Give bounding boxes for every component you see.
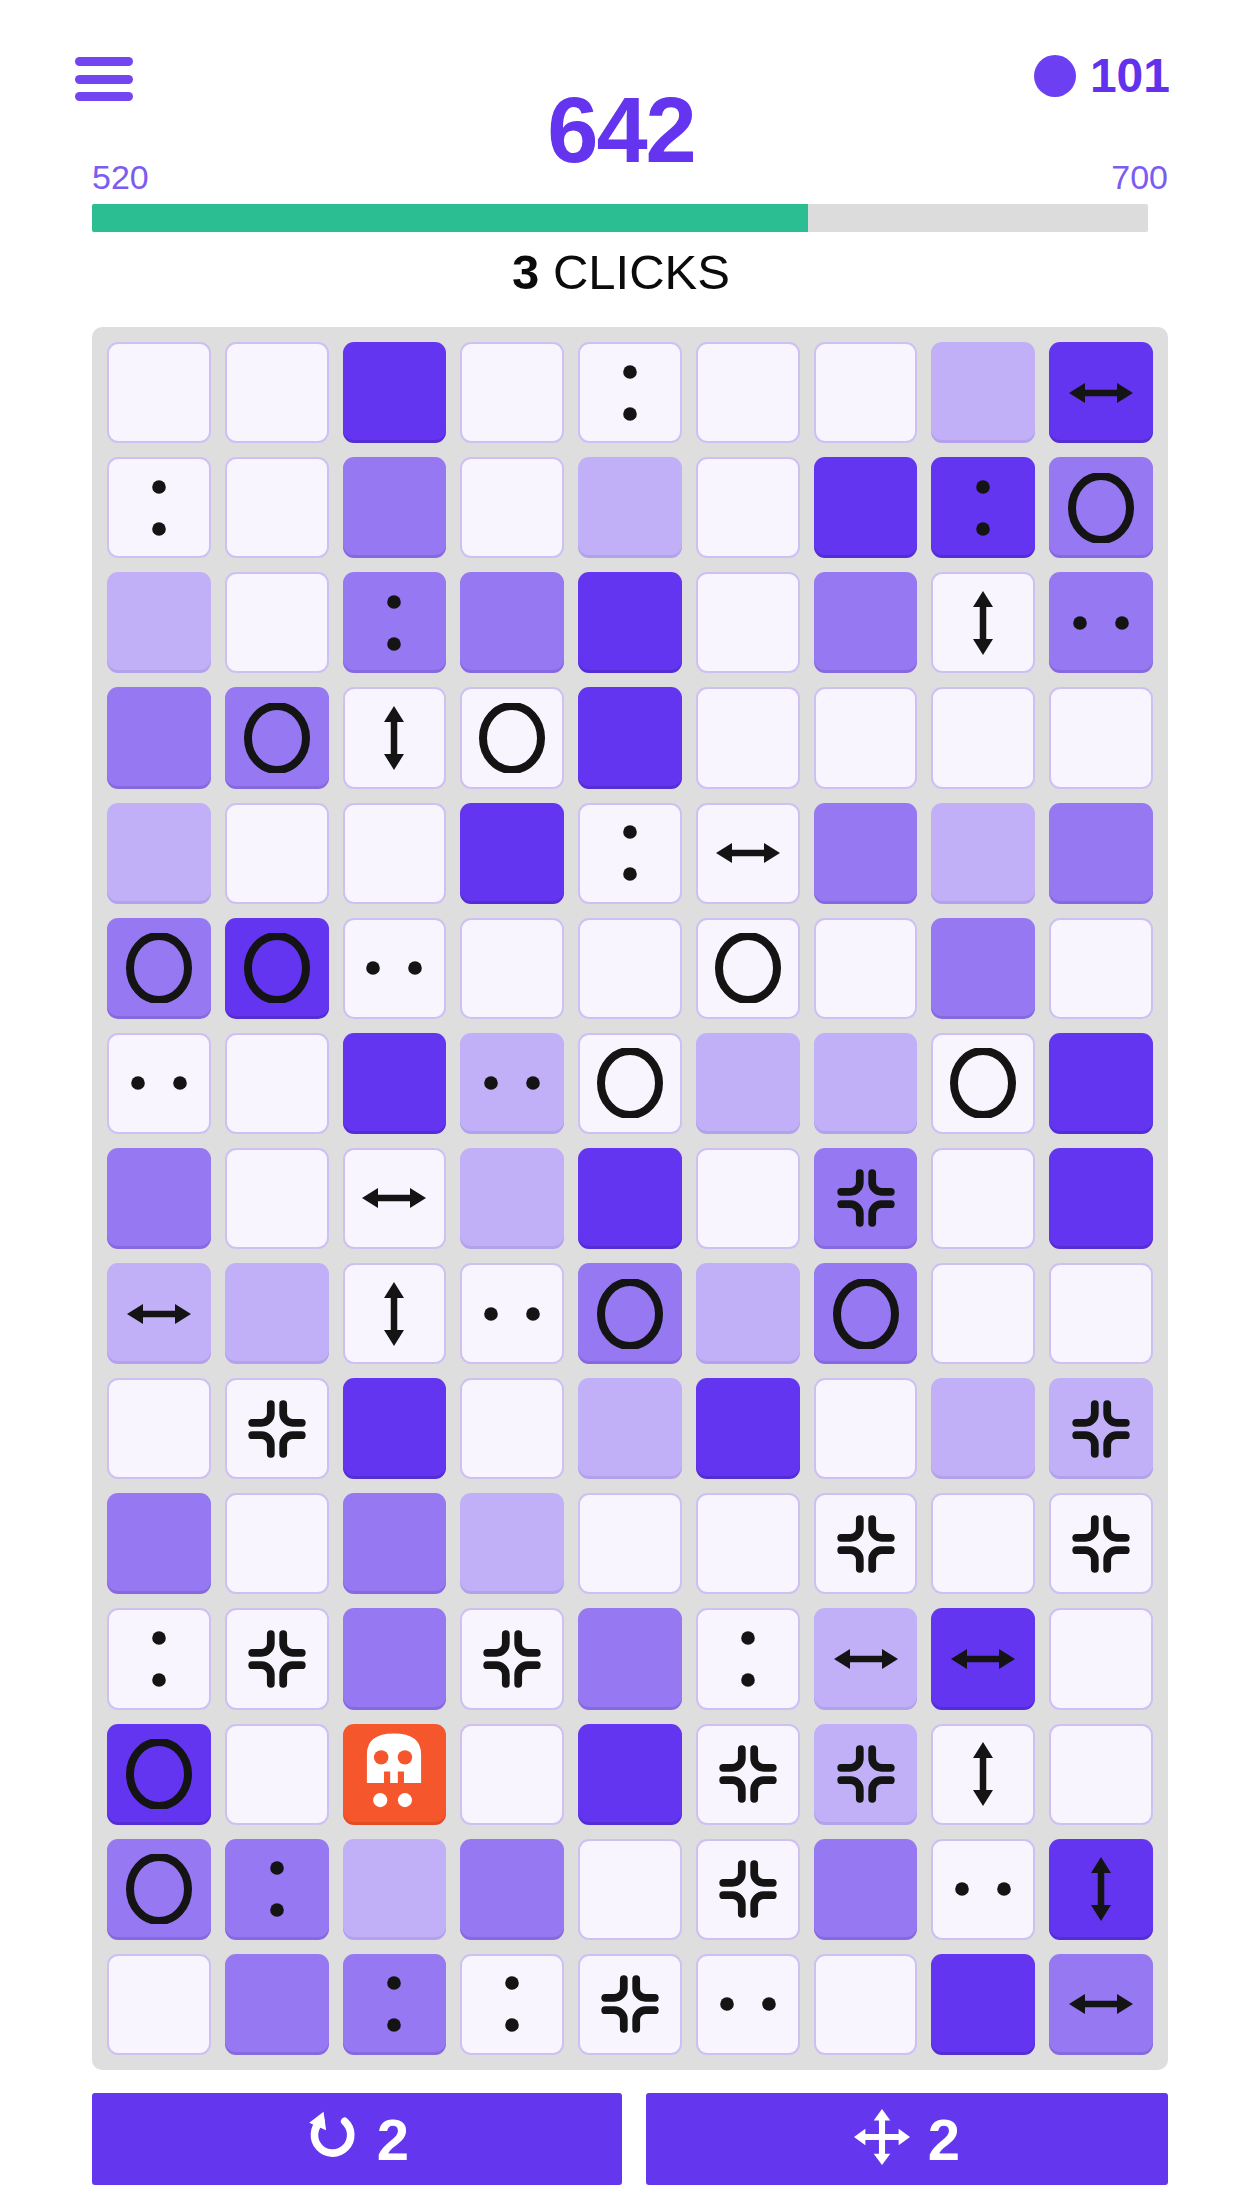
move-button[interactable]: 2: [646, 2093, 1168, 2185]
cell-r5c1[interactable]: [107, 803, 211, 904]
cell-r14c1[interactable]: [107, 1839, 211, 1940]
circle-outline-icon: [124, 1739, 194, 1809]
cell-r13c7[interactable]: [814, 1724, 918, 1825]
undo-rotate-ccw-icon: [305, 2110, 359, 2168]
cell-r5c9[interactable]: [1049, 803, 1153, 904]
cell-r3c7[interactable]: [814, 572, 918, 673]
cell-r12c3[interactable]: [343, 1608, 447, 1709]
corners-inward-icon: [835, 1743, 897, 1805]
two-dots-horizontal-icon: [950, 1856, 1016, 1922]
cell-r2c1[interactable]: [107, 457, 211, 558]
cell-r5c4[interactable]: [460, 803, 564, 904]
cell-r13c2[interactable]: [225, 1724, 329, 1825]
cell-r1c4[interactable]: [460, 342, 564, 443]
cell-r15c9[interactable]: [1049, 1954, 1153, 2055]
cell-r14c2[interactable]: [225, 1839, 329, 1940]
cell-r13c5[interactable]: [578, 1724, 682, 1825]
cell-r9c1[interactable]: [107, 1263, 211, 1364]
cell-r1c6[interactable]: [696, 342, 800, 443]
cell-r1c9[interactable]: [1049, 342, 1153, 443]
cell-r13c3[interactable]: [343, 1724, 447, 1825]
cell-r3c6[interactable]: [696, 572, 800, 673]
two-dots-horizontal-icon: [361, 935, 427, 1001]
cell-r14c9[interactable]: [1049, 1839, 1153, 1940]
counter-value: 101: [1090, 48, 1170, 103]
cell-r15c1[interactable]: [107, 1954, 211, 2055]
arrow-vertical-icon: [949, 1740, 1017, 1808]
cell-r1c3[interactable]: [343, 342, 447, 443]
undo-button[interactable]: 2: [92, 2093, 622, 2185]
arrow-vertical-icon: [360, 704, 428, 772]
cell-r5c6[interactable]: [696, 803, 800, 904]
cell-r1c2[interactable]: [225, 342, 329, 443]
cell-r4c8[interactable]: [931, 687, 1035, 788]
filled-dot-icon: [1034, 55, 1076, 97]
arrow-vertical-icon: [949, 589, 1017, 657]
cell-r14c7[interactable]: [814, 1839, 918, 1940]
cell-r7c4[interactable]: [460, 1033, 564, 1134]
cell-r11c1[interactable]: [107, 1493, 211, 1594]
cell-r15c4[interactable]: [460, 1954, 564, 2055]
cell-r11c4[interactable]: [460, 1493, 564, 1594]
cell-r8c2[interactable]: [225, 1148, 329, 1249]
two-dots-vertical-icon: [715, 1626, 781, 1692]
two-dots-vertical-icon: [479, 1971, 545, 2037]
arrow-horizontal-icon: [832, 1625, 900, 1693]
cell-r8c5[interactable]: [578, 1148, 682, 1249]
score-progress-bar: [92, 204, 1148, 232]
cell-r6c5[interactable]: [578, 918, 682, 1019]
cell-r3c8[interactable]: [931, 572, 1035, 673]
cell-r3c2[interactable]: [225, 572, 329, 673]
two-dots-vertical-icon: [361, 590, 427, 656]
cell-r6c2[interactable]: [225, 918, 329, 1019]
circle-outline-icon: [124, 933, 194, 1003]
clicks-count: 3: [512, 245, 539, 299]
corners-inward-icon: [246, 1628, 308, 1690]
cell-r2c9[interactable]: [1049, 457, 1153, 558]
cell-r6c9[interactable]: [1049, 918, 1153, 1019]
circle-outline-icon: [124, 1854, 194, 1924]
arrow-horizontal-icon: [714, 819, 782, 887]
cell-r7c2[interactable]: [225, 1033, 329, 1134]
two-dots-vertical-icon: [597, 360, 663, 426]
corners-inward-icon: [717, 1858, 779, 1920]
cell-r2c7[interactable]: [814, 457, 918, 558]
two-dots-vertical-icon: [597, 820, 663, 886]
cell-r13c4[interactable]: [460, 1724, 564, 1825]
cell-r15c6[interactable]: [696, 1954, 800, 2055]
cell-r1c5[interactable]: [578, 342, 682, 443]
cell-r10c2[interactable]: [225, 1378, 329, 1479]
cell-r12c4[interactable]: [460, 1608, 564, 1709]
cell-r7c3[interactable]: [343, 1033, 447, 1134]
cell-r3c3[interactable]: [343, 572, 447, 673]
game-screen: { "game": "mobile tile-tap color puzzle …: [0, 0, 1242, 2208]
two-dots-horizontal-icon: [1068, 590, 1134, 656]
corners-inward-icon: [717, 1743, 779, 1805]
cell-r5c2[interactable]: [225, 803, 329, 904]
circle-outline-icon: [831, 1279, 901, 1349]
cell-r13c6[interactable]: [696, 1724, 800, 1825]
cell-r12c1[interactable]: [107, 1608, 211, 1709]
corners-inward-icon: [599, 1973, 661, 2035]
cell-r14c5[interactable]: [578, 1839, 682, 1940]
cell-r1c7[interactable]: [814, 342, 918, 443]
cell-r10c7[interactable]: [814, 1378, 918, 1479]
cell-r15c5[interactable]: [578, 1954, 682, 2055]
cell-r3c1[interactable]: [107, 572, 211, 673]
cell-r4c6[interactable]: [696, 687, 800, 788]
cell-r10c1[interactable]: [107, 1378, 211, 1479]
arrow-horizontal-icon: [125, 1280, 193, 1348]
two-dots-vertical-icon: [126, 475, 192, 541]
two-dots-horizontal-icon: [479, 1050, 545, 1116]
corners-inward-icon: [1070, 1398, 1132, 1460]
circle-outline-icon: [242, 703, 312, 773]
cell-r15c8[interactable]: [931, 1954, 1035, 2055]
cell-r7c6[interactable]: [696, 1033, 800, 1134]
clicks-status: 3 CLICKS: [0, 244, 1242, 300]
cell-r10c8[interactable]: [931, 1378, 1035, 1479]
cell-r12c7[interactable]: [814, 1608, 918, 1709]
undo-count: 2: [377, 2106, 409, 2173]
cell-r5c7[interactable]: [814, 803, 918, 904]
cell-r12c2[interactable]: [225, 1608, 329, 1709]
two-dots-vertical-icon: [950, 475, 1016, 541]
cell-r11c3[interactable]: [343, 1493, 447, 1594]
cell-r9c9[interactable]: [1049, 1263, 1153, 1364]
circle-outline-icon: [713, 933, 783, 1003]
cell-r13c8[interactable]: [931, 1724, 1035, 1825]
circle-outline-icon: [948, 1048, 1018, 1118]
two-dots-horizontal-icon: [715, 1971, 781, 2037]
cell-r11c8[interactable]: [931, 1493, 1035, 1594]
cell-r3c9[interactable]: [1049, 572, 1153, 673]
two-dots-vertical-icon: [244, 1856, 310, 1922]
cell-r7c8[interactable]: [931, 1033, 1035, 1134]
arrow-vertical-icon: [360, 1280, 428, 1348]
cell-r7c7[interactable]: [814, 1033, 918, 1134]
arrow-horizontal-icon: [360, 1164, 428, 1232]
cell-r11c9[interactable]: [1049, 1493, 1153, 1594]
corners-inward-icon: [835, 1513, 897, 1575]
cell-r4c9[interactable]: [1049, 687, 1153, 788]
cell-r11c2[interactable]: [225, 1493, 329, 1594]
cell-r12c9[interactable]: [1049, 1608, 1153, 1709]
cell-r6c6[interactable]: [696, 918, 800, 1019]
cell-r2c3[interactable]: [343, 457, 447, 558]
two-dots-horizontal-icon: [479, 1281, 545, 1347]
circle-outline-icon: [1066, 473, 1136, 543]
two-dots-horizontal-icon: [126, 1050, 192, 1116]
cell-r8c1[interactable]: [107, 1148, 211, 1249]
cell-r2c4[interactable]: [460, 457, 564, 558]
cell-r11c5[interactable]: [578, 1493, 682, 1594]
cell-r10c5[interactable]: [578, 1378, 682, 1479]
arrow-vertical-icon: [1067, 1855, 1135, 1923]
cell-r13c9[interactable]: [1049, 1724, 1153, 1825]
cell-r5c3[interactable]: [343, 803, 447, 904]
cell-r11c7[interactable]: [814, 1493, 918, 1594]
cell-r9c2[interactable]: [225, 1263, 329, 1364]
cell-r9c5[interactable]: [578, 1263, 682, 1364]
cell-r9c6[interactable]: [696, 1263, 800, 1364]
cell-r2c6[interactable]: [696, 457, 800, 558]
cell-r7c9[interactable]: [1049, 1033, 1153, 1134]
clicks-label: CLICKS: [553, 245, 730, 299]
move-four-arrows-icon: [854, 2109, 910, 2169]
cell-r14c8[interactable]: [931, 1839, 1035, 1940]
cell-r12c8[interactable]: [931, 1608, 1035, 1709]
circle-outline-icon: [477, 703, 547, 773]
cell-r9c4[interactable]: [460, 1263, 564, 1364]
cell-r14c4[interactable]: [460, 1839, 564, 1940]
cell-r12c5[interactable]: [578, 1608, 682, 1709]
cell-r6c8[interactable]: [931, 918, 1035, 1019]
cell-r5c8[interactable]: [931, 803, 1035, 904]
cell-r13c1[interactable]: [107, 1724, 211, 1825]
cell-r1c8[interactable]: [931, 342, 1035, 443]
cell-r3c5[interactable]: [578, 572, 682, 673]
cell-r4c2[interactable]: [225, 687, 329, 788]
arrow-horizontal-icon: [949, 1625, 1017, 1693]
cell-r9c8[interactable]: [931, 1263, 1035, 1364]
cell-r2c5[interactable]: [578, 457, 682, 558]
cell-r8c3[interactable]: [343, 1148, 447, 1249]
tile-grid: [107, 342, 1153, 2055]
circle-outline-icon: [595, 1279, 665, 1349]
arrow-horizontal-icon: [1067, 1970, 1135, 2038]
cell-r7c1[interactable]: [107, 1033, 211, 1134]
corners-inward-icon: [1070, 1513, 1132, 1575]
cell-r10c6[interactable]: [696, 1378, 800, 1479]
cell-r4c3[interactable]: [343, 687, 447, 788]
circle-outline-icon: [595, 1048, 665, 1118]
cell-r2c8[interactable]: [931, 457, 1035, 558]
cell-r2c2[interactable]: [225, 457, 329, 558]
cell-r1c1[interactable]: [107, 342, 211, 443]
cell-r4c7[interactable]: [814, 687, 918, 788]
target-max-label: 700: [1111, 158, 1168, 197]
arrow-horizontal-icon: [1067, 359, 1135, 427]
score-progress-fill: [92, 204, 808, 232]
cell-r15c2[interactable]: [225, 1954, 329, 2055]
puzzle-board: [92, 327, 1168, 2070]
cell-r8c9[interactable]: [1049, 1148, 1153, 1249]
cell-r9c3[interactable]: [343, 1263, 447, 1364]
cell-r15c7[interactable]: [814, 1954, 918, 2055]
two-dots-vertical-icon: [126, 1626, 192, 1692]
cell-r8c4[interactable]: [460, 1148, 564, 1249]
cell-r14c3[interactable]: [343, 1839, 447, 1940]
cell-r10c3[interactable]: [343, 1378, 447, 1479]
cell-r7c5[interactable]: [578, 1033, 682, 1134]
skull-icon: [344, 1726, 444, 1822]
cell-r3c4[interactable]: [460, 572, 564, 673]
cell-r8c7[interactable]: [814, 1148, 918, 1249]
cell-r10c4[interactable]: [460, 1378, 564, 1479]
cell-r6c4[interactable]: [460, 918, 564, 1019]
two-dots-vertical-icon: [361, 1971, 427, 2037]
target-min-label: 520: [92, 158, 149, 197]
cell-r5c5[interactable]: [578, 803, 682, 904]
cell-r4c5[interactable]: [578, 687, 682, 788]
cell-r8c8[interactable]: [931, 1148, 1035, 1249]
menu-bar: [75, 57, 133, 66]
cell-r12c6[interactable]: [696, 1608, 800, 1709]
cell-r11c6[interactable]: [696, 1493, 800, 1594]
cell-r6c1[interactable]: [107, 918, 211, 1019]
cell-r8c6[interactable]: [696, 1148, 800, 1249]
cell-r9c7[interactable]: [814, 1263, 918, 1364]
corners-inward-icon: [246, 1398, 308, 1460]
move-count: 2: [928, 2106, 960, 2173]
corners-inward-icon: [481, 1628, 543, 1690]
cell-r6c7[interactable]: [814, 918, 918, 1019]
cell-r6c3[interactable]: [343, 918, 447, 1019]
coin-counter: 101: [1034, 48, 1170, 103]
cell-r4c1[interactable]: [107, 687, 211, 788]
cell-r10c9[interactable]: [1049, 1378, 1153, 1479]
cell-r15c3[interactable]: [343, 1954, 447, 2055]
circle-outline-icon: [242, 933, 312, 1003]
cell-r14c6[interactable]: [696, 1839, 800, 1940]
corners-inward-icon: [835, 1167, 897, 1229]
cell-r4c4[interactable]: [460, 687, 564, 788]
